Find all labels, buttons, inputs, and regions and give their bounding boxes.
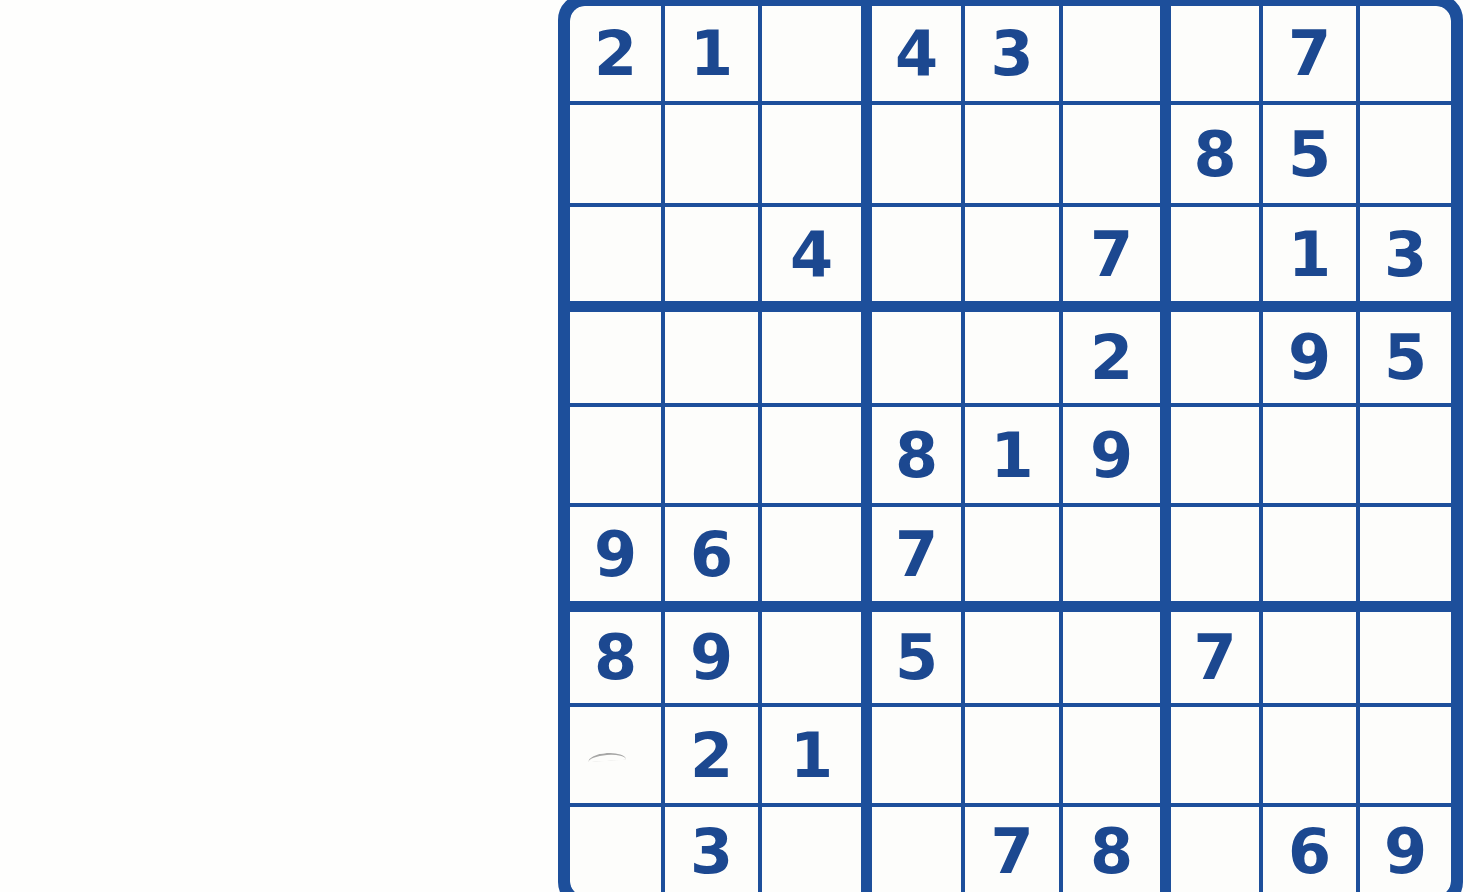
cell-r1c4[interactable]: 4 (872, 6, 965, 105)
cell-r9c3[interactable] (762, 807, 872, 892)
cell-r1c7[interactable] (1171, 6, 1263, 105)
cell-r5c6[interactable]: 9 (1063, 407, 1171, 507)
cell-r9c7[interactable] (1171, 807, 1263, 892)
cell-r4c2[interactable] (665, 312, 762, 407)
cell-r3c7[interactable] (1171, 207, 1263, 312)
cell-r5c9[interactable] (1360, 407, 1451, 507)
cell-r1c9[interactable] (1360, 6, 1451, 105)
cell-r2c6[interactable] (1063, 105, 1171, 207)
cell-r7c7[interactable]: 7 (1171, 612, 1263, 707)
cell-r7c1[interactable]: 8 (570, 612, 665, 707)
cell-r3c2[interactable] (665, 207, 762, 312)
cell-r6c6[interactable] (1063, 507, 1171, 612)
cell-r9c8[interactable]: 6 (1263, 807, 1360, 892)
cell-r1c6[interactable] (1063, 6, 1171, 105)
cell-r6c5[interactable] (965, 507, 1063, 612)
cell-r7c2[interactable]: 9 (665, 612, 762, 707)
cell-r1c3[interactable] (762, 6, 872, 105)
cell-r3c3[interactable]: 4 (762, 207, 872, 312)
cell-r5c2[interactable] (665, 407, 762, 507)
cell-r8c3[interactable]: 1 (762, 707, 872, 807)
cell-r7c9[interactable] (1360, 612, 1451, 707)
cell-r6c1[interactable]: 9 (570, 507, 665, 612)
cell-r5c4[interactable]: 8 (872, 407, 965, 507)
cell-r2c3[interactable] (762, 105, 872, 207)
cell-r6c7[interactable] (1171, 507, 1263, 612)
cell-r2c7[interactable]: 8 (1171, 105, 1263, 207)
cell-r5c3[interactable] (762, 407, 872, 507)
cell-r1c5[interactable]: 3 (965, 6, 1063, 105)
cell-r9c2[interactable]: 3 (665, 807, 762, 892)
cell-r8c6[interactable] (1063, 707, 1171, 807)
cell-r7c3[interactable] (762, 612, 872, 707)
cell-r8c2[interactable]: 2 (665, 707, 762, 807)
cell-r4c4[interactable] (872, 312, 965, 407)
cell-r7c8[interactable] (1263, 612, 1360, 707)
cell-r9c1[interactable] (570, 807, 665, 892)
cell-r7c5[interactable] (965, 612, 1063, 707)
cell-r4c8[interactable]: 9 (1263, 312, 1360, 407)
cell-r2c4[interactable] (872, 105, 965, 207)
cell-r6c3[interactable] (762, 507, 872, 612)
cell-r3c1[interactable] (570, 207, 665, 312)
cell-r2c9[interactable] (1360, 105, 1451, 207)
cell-r5c7[interactable] (1171, 407, 1263, 507)
cell-r9c5[interactable]: 7 (965, 807, 1063, 892)
cell-r8c9[interactable] (1360, 707, 1451, 807)
cell-r8c1[interactable] (570, 707, 665, 807)
cell-r2c1[interactable] (570, 105, 665, 207)
cell-r4c7[interactable] (1171, 312, 1263, 407)
cell-r4c6[interactable]: 2 (1063, 312, 1171, 407)
cell-r3c4[interactable] (872, 207, 965, 312)
cell-r6c8[interactable] (1263, 507, 1360, 612)
pencil-smudge-artifact (588, 752, 626, 763)
cell-r3c6[interactable]: 7 (1063, 207, 1171, 312)
cell-r4c3[interactable] (762, 312, 872, 407)
cell-r3c8[interactable]: 1 (1263, 207, 1360, 312)
cell-r9c6[interactable]: 8 (1063, 807, 1171, 892)
cell-r5c1[interactable] (570, 407, 665, 507)
cell-r3c9[interactable]: 3 (1360, 207, 1451, 312)
cell-r1c8[interactable]: 7 (1263, 6, 1360, 105)
cell-r3c5[interactable] (965, 207, 1063, 312)
sudoku-grid: 2143785471329581996789572137869 (570, 6, 1451, 892)
cell-r1c2[interactable]: 1 (665, 6, 762, 105)
cell-r9c9[interactable]: 9 (1360, 807, 1451, 892)
cell-r1c1[interactable]: 2 (570, 6, 665, 105)
cell-r8c7[interactable] (1171, 707, 1263, 807)
cell-r4c1[interactable] (570, 312, 665, 407)
cell-r8c8[interactable] (1263, 707, 1360, 807)
cell-r7c6[interactable] (1063, 612, 1171, 707)
cell-r9c4[interactable] (872, 807, 965, 892)
cell-r7c4[interactable]: 5 (872, 612, 965, 707)
cell-r2c2[interactable] (665, 105, 762, 207)
cell-r6c2[interactable]: 6 (665, 507, 762, 612)
cell-r2c5[interactable] (965, 105, 1063, 207)
cell-r6c4[interactable]: 7 (872, 507, 965, 612)
cell-r2c8[interactable]: 5 (1263, 105, 1360, 207)
sudoku-board: 2143785471329581996789572137869 (558, 0, 1463, 892)
cell-r5c5[interactable]: 1 (965, 407, 1063, 507)
cell-r6c9[interactable] (1360, 507, 1451, 612)
cell-r4c9[interactable]: 5 (1360, 312, 1451, 407)
cell-r5c8[interactable] (1263, 407, 1360, 507)
cell-r8c4[interactable] (872, 707, 965, 807)
cell-r4c5[interactable] (965, 312, 1063, 407)
cell-r8c5[interactable] (965, 707, 1063, 807)
scanned-page: 2143785471329581996789572137869 (0, 0, 1470, 892)
